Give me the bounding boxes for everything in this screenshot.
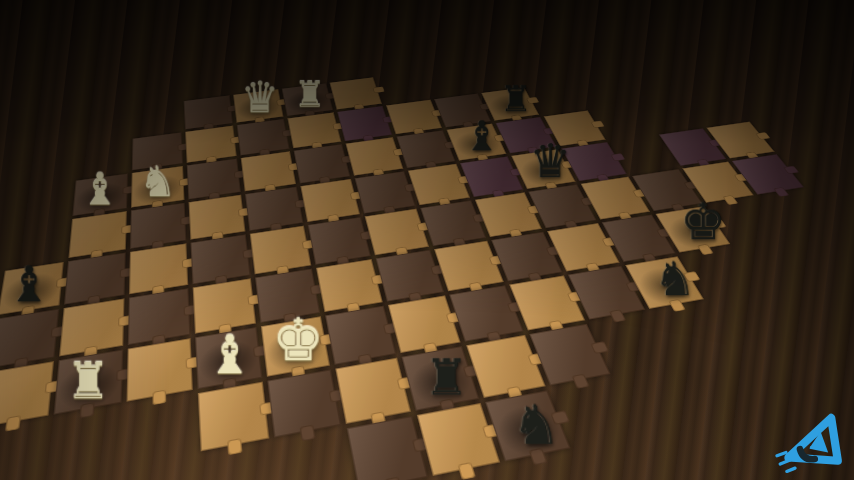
- board-square: [335, 358, 411, 424]
- board-square: [250, 226, 312, 275]
- board-square: [245, 187, 303, 231]
- board-square: [59, 298, 124, 356]
- board-square: [420, 200, 486, 246]
- chess-piece-white-knight: ♞: [131, 166, 185, 208]
- board-square: [300, 179, 360, 222]
- chess-piece-white-rook: ♜: [54, 349, 123, 414]
- board-square: [396, 130, 455, 168]
- chess-piece-black-knight: ♞: [625, 256, 704, 309]
- board-square: [130, 203, 186, 249]
- board-square: [337, 106, 392, 141]
- board-square: [0, 309, 59, 369]
- board-square: [449, 285, 523, 341]
- piece-glyph: ♞: [654, 256, 696, 303]
- board-square: [237, 119, 290, 156]
- piece-glyph: ♛: [529, 138, 571, 184]
- board-square: [365, 209, 429, 256]
- board-square: [376, 250, 444, 302]
- board-square: [191, 234, 251, 284]
- board-square: [241, 151, 296, 191]
- chess-piece-white-queen: ♛: [233, 89, 283, 123]
- board-square: [345, 137, 403, 176]
- board-square: [408, 164, 470, 206]
- board-square: [129, 243, 188, 294]
- board-square: [185, 125, 237, 162]
- board-square: [267, 369, 341, 437]
- board-square: [386, 100, 442, 135]
- board-square: [187, 158, 241, 199]
- chess-piece-black-bishop: ♝: [0, 262, 64, 315]
- board-square: [325, 306, 396, 365]
- board-square: [561, 142, 627, 181]
- board-square: [189, 195, 246, 240]
- board-square: [64, 252, 126, 304]
- board-square: [0, 361, 54, 428]
- board-square: [417, 403, 500, 476]
- chess-piece-black-rook: ♜: [402, 346, 480, 411]
- piece-glyph: ♝: [206, 328, 254, 381]
- piece-glyph: ♜: [424, 353, 468, 403]
- piece-glyph: ♜: [66, 357, 111, 407]
- board-square: [388, 295, 461, 353]
- piece-glyph: ♜: [294, 77, 326, 112]
- channel-logo-arrow-icon: [772, 408, 846, 474]
- board-square: [329, 77, 382, 110]
- piece-glyph: ♝: [7, 260, 51, 309]
- piece-glyph: ♞: [512, 398, 561, 453]
- piece-glyph: ♚: [680, 196, 726, 247]
- board-square: [127, 338, 193, 402]
- piece-glyph: ♜: [500, 82, 532, 117]
- board-square: [347, 416, 428, 480]
- board-square: [732, 154, 805, 195]
- chess-piece-black-knight: ♞: [485, 390, 570, 461]
- piece-glyph: ♛: [241, 77, 279, 119]
- chess-piece-white-bishop: ♝: [195, 327, 262, 389]
- board-square: [355, 171, 416, 213]
- board-square: [287, 112, 341, 148]
- board-square: [184, 95, 233, 129]
- piece-glyph: ♝: [80, 167, 119, 211]
- board-square: [308, 217, 371, 265]
- board-square: [434, 241, 504, 292]
- piece-glyph: ♚: [272, 311, 324, 369]
- board-square: [294, 144, 351, 183]
- chess-piece-white-king: ♚: [261, 316, 330, 377]
- board-square: [198, 382, 269, 452]
- board-square: [128, 288, 191, 345]
- board-square: [316, 259, 383, 312]
- scene: ♛♜♜♝♞♝♛♝♚♜♝♚♞♜♞: [0, 0, 854, 480]
- board-square: [68, 211, 127, 258]
- puzzle-chessboard: ♛♜♜♝♞♝♛♝♚♜♝♚♞♜♞: [0, 38, 854, 480]
